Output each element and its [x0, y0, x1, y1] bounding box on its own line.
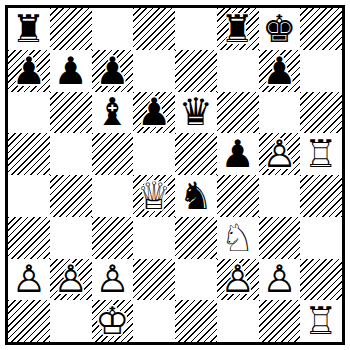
white-knight-icon: ♘	[221, 219, 255, 257]
square-b2[interactable]: ♟♙	[50, 259, 92, 301]
square-g6[interactable]	[259, 92, 301, 134]
square-f2[interactable]: ♟♙	[217, 259, 259, 301]
square-g4[interactable]	[259, 175, 301, 217]
square-b7[interactable]: ♟	[50, 50, 92, 92]
square-b1[interactable]	[50, 300, 92, 342]
square-g1[interactable]	[259, 300, 301, 342]
square-h8[interactable]	[300, 8, 342, 50]
square-f8[interactable]: ♜	[217, 8, 259, 50]
square-a7[interactable]: ♟	[8, 50, 50, 92]
square-f3[interactable]: ♞♘	[217, 217, 259, 259]
square-a5[interactable]	[8, 133, 50, 175]
square-a3[interactable]	[8, 217, 50, 259]
square-f5[interactable]: ♟	[217, 133, 259, 175]
square-d6[interactable]: ♟	[133, 92, 175, 134]
square-a8[interactable]: ♜	[8, 8, 50, 50]
white-rook-icon: ♖	[304, 302, 338, 340]
black-pawn-icon: ♟	[95, 52, 129, 90]
diagram-page: ♜♜♚♟♟♟♟♝♟♛♟♟♙♜♖♛♕♞♞♘♟♙♟♙♟♙♟♙♟♙♚♔♜♖	[0, 0, 350, 350]
square-h3[interactable]	[300, 217, 342, 259]
white-king-icon: ♔	[95, 302, 129, 340]
square-c3[interactable]	[92, 217, 134, 259]
black-rook-icon: ♜	[12, 10, 46, 48]
square-a4[interactable]	[8, 175, 50, 217]
square-g3[interactable]	[259, 217, 301, 259]
square-g2[interactable]: ♟♙	[259, 259, 301, 301]
square-d3[interactable]	[133, 217, 175, 259]
square-f4[interactable]	[217, 175, 259, 217]
black-queen-icon: ♛	[179, 93, 213, 131]
black-king-icon: ♚	[262, 10, 296, 48]
square-f7[interactable]	[217, 50, 259, 92]
square-h6[interactable]	[300, 92, 342, 134]
square-d2[interactable]	[133, 259, 175, 301]
square-b4[interactable]	[50, 175, 92, 217]
black-knight-icon: ♞	[179, 177, 213, 215]
square-e1[interactable]	[175, 300, 217, 342]
square-e7[interactable]	[175, 50, 217, 92]
white-pawn-icon: ♙	[54, 260, 88, 298]
square-h4[interactable]	[300, 175, 342, 217]
white-pawn-icon: ♙	[12, 260, 46, 298]
white-pawn-icon: ♙	[95, 260, 129, 298]
square-h7[interactable]	[300, 50, 342, 92]
square-c4[interactable]	[92, 175, 134, 217]
square-c1[interactable]: ♚♔	[92, 300, 134, 342]
white-queen-icon: ♕	[137, 177, 171, 215]
square-e6[interactable]: ♛	[175, 92, 217, 134]
black-pawn-icon: ♟	[221, 135, 255, 173]
square-e2[interactable]	[175, 259, 217, 301]
white-pawn-icon: ♙	[262, 260, 296, 298]
square-c8[interactable]	[92, 8, 134, 50]
square-e8[interactable]	[175, 8, 217, 50]
square-d1[interactable]	[133, 300, 175, 342]
square-b8[interactable]	[50, 8, 92, 50]
square-c6[interactable]: ♝	[92, 92, 134, 134]
square-a2[interactable]: ♟♙	[8, 259, 50, 301]
white-pawn-icon: ♙	[221, 260, 255, 298]
black-rook-icon: ♜	[221, 10, 255, 48]
square-b5[interactable]	[50, 133, 92, 175]
square-f6[interactable]	[217, 92, 259, 134]
chess-board: ♜♜♚♟♟♟♟♝♟♛♟♟♙♜♖♛♕♞♞♘♟♙♟♙♟♙♟♙♟♙♚♔♜♖	[5, 5, 345, 345]
square-e4[interactable]: ♞	[175, 175, 217, 217]
square-d5[interactable]	[133, 133, 175, 175]
square-g8[interactable]: ♚	[259, 8, 301, 50]
square-e3[interactable]	[175, 217, 217, 259]
square-d8[interactable]	[133, 8, 175, 50]
square-e5[interactable]	[175, 133, 217, 175]
square-d7[interactable]	[133, 50, 175, 92]
black-bishop-icon: ♝	[95, 93, 129, 131]
white-pawn-icon: ♙	[262, 135, 296, 173]
black-pawn-icon: ♟	[137, 93, 171, 131]
white-rook-icon: ♖	[304, 135, 338, 173]
square-g5[interactable]: ♟♙	[259, 133, 301, 175]
square-g7[interactable]: ♟	[259, 50, 301, 92]
black-pawn-icon: ♟	[262, 52, 296, 90]
square-b6[interactable]	[50, 92, 92, 134]
square-c5[interactable]	[92, 133, 134, 175]
square-d4[interactable]: ♛♕	[133, 175, 175, 217]
square-b3[interactable]	[50, 217, 92, 259]
square-h5[interactable]: ♜♖	[300, 133, 342, 175]
square-f1[interactable]	[217, 300, 259, 342]
square-a6[interactable]	[8, 92, 50, 134]
square-c7[interactable]: ♟	[92, 50, 134, 92]
square-h2[interactable]	[300, 259, 342, 301]
square-c2[interactable]: ♟♙	[92, 259, 134, 301]
square-a1[interactable]	[8, 300, 50, 342]
black-pawn-icon: ♟	[12, 52, 46, 90]
black-pawn-icon: ♟	[54, 52, 88, 90]
square-h1[interactable]: ♜♖	[300, 300, 342, 342]
